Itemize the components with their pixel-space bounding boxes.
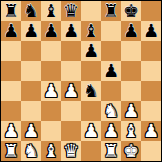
square-f4[interactable] — [101, 81, 121, 101]
chess-board: ♜♞♝♛♜♚♟♟♟♟♝♟♟♟♟♟♟♞♞♟♟♟♟♟♝♟♜♞♝♛♜♚ — [0, 0, 162, 162]
black-pawn-piece[interactable]: ♟ — [23, 21, 39, 41]
square-a7[interactable]: ♟ — [1, 21, 21, 41]
black-pawn-piece[interactable]: ♟ — [63, 21, 79, 41]
square-b7[interactable]: ♟ — [21, 21, 41, 41]
square-a6[interactable] — [1, 41, 21, 61]
white-rook-piece[interactable]: ♜ — [103, 141, 119, 161]
black-pawn-piece[interactable]: ♟ — [103, 61, 119, 81]
square-d6[interactable] — [61, 41, 81, 61]
square-e6[interactable]: ♟ — [81, 41, 101, 61]
white-pawn-piece[interactable]: ♟ — [143, 121, 159, 141]
square-f6[interactable] — [101, 41, 121, 61]
square-c6[interactable] — [41, 41, 61, 61]
square-b4[interactable] — [21, 81, 41, 101]
square-e4[interactable]: ♞ — [81, 81, 101, 101]
square-g5[interactable] — [121, 61, 141, 81]
square-f2[interactable]: ♟ — [101, 121, 121, 141]
square-g7[interactable]: ♟ — [121, 21, 141, 41]
square-b2[interactable]: ♟ — [21, 121, 41, 141]
square-d2[interactable] — [61, 121, 81, 141]
black-pawn-piece[interactable]: ♟ — [3, 21, 19, 41]
square-c7[interactable]: ♟ — [41, 21, 61, 41]
square-c1[interactable]: ♝ — [41, 141, 61, 161]
square-d7[interactable]: ♟ — [61, 21, 81, 41]
black-pawn-piece[interactable]: ♟ — [123, 21, 139, 41]
square-d5[interactable] — [61, 61, 81, 81]
square-a5[interactable] — [1, 61, 21, 81]
square-b1[interactable]: ♞ — [21, 141, 41, 161]
square-g4[interactable] — [121, 81, 141, 101]
white-knight-piece[interactable]: ♞ — [23, 141, 39, 161]
white-pawn-piece[interactable]: ♟ — [43, 81, 59, 101]
square-g8[interactable]: ♚ — [121, 1, 141, 21]
square-d4[interactable]: ♟ — [61, 81, 81, 101]
square-a1[interactable]: ♜ — [1, 141, 21, 161]
square-c8[interactable]: ♝ — [41, 1, 61, 21]
square-a4[interactable] — [1, 81, 21, 101]
white-bishop-piece[interactable]: ♝ — [123, 121, 139, 141]
square-c4[interactable]: ♟ — [41, 81, 61, 101]
white-knight-piece[interactable]: ♞ — [103, 101, 119, 121]
white-pawn-piece[interactable]: ♟ — [103, 121, 119, 141]
square-a8[interactable]: ♜ — [1, 1, 21, 21]
square-c2[interactable] — [41, 121, 61, 141]
white-rook-piece[interactable]: ♜ — [3, 141, 19, 161]
square-d1[interactable]: ♛ — [61, 141, 81, 161]
square-e7[interactable]: ♝ — [81, 21, 101, 41]
square-c3[interactable] — [41, 101, 61, 121]
square-h5[interactable] — [141, 61, 161, 81]
square-h4[interactable] — [141, 81, 161, 101]
square-f5[interactable]: ♟ — [101, 61, 121, 81]
black-bishop-piece[interactable]: ♝ — [43, 1, 59, 21]
square-d8[interactable]: ♛ — [61, 1, 81, 21]
square-h8[interactable] — [141, 1, 161, 21]
white-pawn-piece[interactable]: ♟ — [3, 121, 19, 141]
square-e2[interactable]: ♟ — [81, 121, 101, 141]
square-e5[interactable] — [81, 61, 101, 81]
square-f3[interactable]: ♞ — [101, 101, 121, 121]
black-rook-piece[interactable]: ♜ — [103, 1, 119, 21]
square-f1[interactable]: ♜ — [101, 141, 121, 161]
square-d3[interactable] — [61, 101, 81, 121]
black-king-piece[interactable]: ♚ — [123, 1, 139, 21]
square-h6[interactable] — [141, 41, 161, 61]
white-pawn-piece[interactable]: ♟ — [123, 101, 139, 121]
white-pawn-piece[interactable]: ♟ — [83, 121, 99, 141]
black-pawn-piece[interactable]: ♟ — [143, 21, 159, 41]
square-e1[interactable] — [81, 141, 101, 161]
square-b3[interactable] — [21, 101, 41, 121]
white-bishop-piece[interactable]: ♝ — [43, 141, 59, 161]
white-king-piece[interactable]: ♚ — [123, 141, 139, 161]
black-bishop-piece[interactable]: ♝ — [83, 21, 99, 41]
square-e3[interactable] — [81, 101, 101, 121]
black-pawn-piece[interactable]: ♟ — [43, 21, 59, 41]
square-f8[interactable]: ♜ — [101, 1, 121, 21]
square-e8[interactable] — [81, 1, 101, 21]
black-pawn-piece[interactable]: ♟ — [83, 41, 99, 61]
square-b6[interactable] — [21, 41, 41, 61]
square-g1[interactable]: ♚ — [121, 141, 141, 161]
square-h3[interactable] — [141, 101, 161, 121]
square-b8[interactable]: ♞ — [21, 1, 41, 21]
square-f7[interactable] — [101, 21, 121, 41]
white-pawn-piece[interactable]: ♟ — [23, 121, 39, 141]
black-knight-piece[interactable]: ♞ — [83, 81, 99, 101]
square-b5[interactable] — [21, 61, 41, 81]
square-h7[interactable]: ♟ — [141, 21, 161, 41]
square-a2[interactable]: ♟ — [1, 121, 21, 141]
square-g3[interactable]: ♟ — [121, 101, 141, 121]
black-queen-piece[interactable]: ♛ — [63, 1, 79, 21]
square-c5[interactable] — [41, 61, 61, 81]
black-rook-piece[interactable]: ♜ — [3, 1, 19, 21]
square-h1[interactable] — [141, 141, 161, 161]
white-queen-piece[interactable]: ♛ — [63, 141, 79, 161]
white-pawn-piece[interactable]: ♟ — [63, 81, 79, 101]
square-h2[interactable]: ♟ — [141, 121, 161, 141]
square-g6[interactable] — [121, 41, 141, 61]
black-knight-piece[interactable]: ♞ — [23, 1, 39, 21]
square-g2[interactable]: ♝ — [121, 121, 141, 141]
square-a3[interactable] — [1, 101, 21, 121]
